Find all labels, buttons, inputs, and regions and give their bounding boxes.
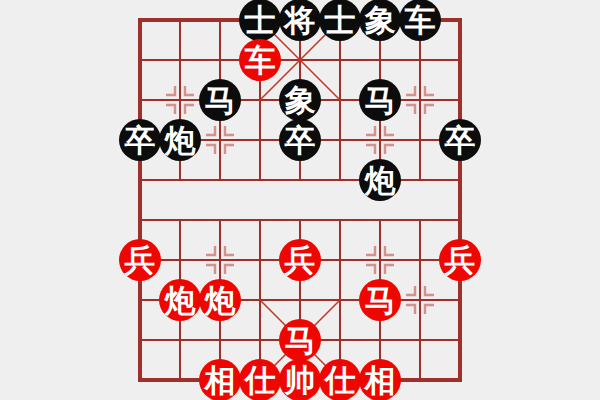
- board-point[interactable]: 车: [240, 40, 280, 80]
- board-point[interactable]: [400, 360, 440, 400]
- red-horse[interactable]: 马: [279, 319, 321, 361]
- board-point[interactable]: [160, 200, 200, 240]
- board-point[interactable]: [400, 280, 440, 320]
- board-point[interactable]: [200, 120, 240, 160]
- black-horse[interactable]: 马: [359, 79, 401, 121]
- board-point[interactable]: [440, 0, 480, 40]
- board-point[interactable]: [240, 320, 280, 360]
- board-point[interactable]: [360, 120, 400, 160]
- board-point[interactable]: [120, 0, 160, 40]
- red-soldier[interactable]: 兵: [439, 239, 481, 281]
- board-point[interactable]: [160, 240, 200, 280]
- board-point[interactable]: 兵: [440, 240, 480, 280]
- board-point[interactable]: [120, 40, 160, 80]
- board-point[interactable]: [400, 200, 440, 240]
- board-point[interactable]: [200, 320, 240, 360]
- board-point[interactable]: [120, 280, 160, 320]
- board-point[interactable]: [320, 240, 360, 280]
- board-point[interactable]: [320, 80, 360, 120]
- red-soldier[interactable]: 兵: [119, 239, 161, 281]
- board-point[interactable]: [440, 200, 480, 240]
- board-point[interactable]: 仕: [240, 360, 280, 400]
- board-point[interactable]: 帅: [280, 360, 320, 400]
- board-point[interactable]: [440, 280, 480, 320]
- board-point[interactable]: [200, 0, 240, 40]
- black-elephant[interactable]: 象: [279, 79, 321, 121]
- board-point[interactable]: [280, 160, 320, 200]
- xiangqi-board: 士将士象车车马象马卒炮卒卒炮兵兵兵炮炮马马相仕帅仕相: [120, 0, 480, 400]
- board-point[interactable]: [200, 160, 240, 200]
- board-point[interactable]: 象: [280, 80, 320, 120]
- board-point[interactable]: 兵: [120, 240, 160, 280]
- board-point[interactable]: [240, 120, 280, 160]
- board-point[interactable]: [160, 40, 200, 80]
- red-chariot[interactable]: 车: [239, 39, 281, 81]
- board-point[interactable]: [360, 240, 400, 280]
- red-cannon[interactable]: 炮: [159, 279, 201, 321]
- board-point[interactable]: [160, 160, 200, 200]
- board-point[interactable]: [320, 280, 360, 320]
- board-point[interactable]: [120, 320, 160, 360]
- board-point[interactable]: [320, 120, 360, 160]
- board-point[interactable]: [160, 360, 200, 400]
- board-point[interactable]: [440, 360, 480, 400]
- black-cannon[interactable]: 炮: [159, 119, 201, 161]
- board-point[interactable]: [240, 240, 280, 280]
- board-point[interactable]: [240, 80, 280, 120]
- board-point[interactable]: [320, 40, 360, 80]
- black-soldier[interactable]: 卒: [279, 119, 321, 161]
- board-point[interactable]: 士: [240, 0, 280, 40]
- black-soldier[interactable]: 卒: [119, 119, 161, 161]
- black-cannon[interactable]: 炮: [359, 159, 401, 201]
- red-elephant[interactable]: 相: [359, 359, 401, 400]
- board-point[interactable]: [160, 320, 200, 360]
- red-soldier[interactable]: 兵: [279, 239, 321, 281]
- board-point[interactable]: [240, 280, 280, 320]
- board-point[interactable]: 炮: [200, 280, 240, 320]
- board-point[interactable]: 将: [280, 0, 320, 40]
- board-point[interactable]: [320, 320, 360, 360]
- board-point[interactable]: [240, 200, 280, 240]
- board-point[interactable]: [440, 40, 480, 80]
- red-advisor[interactable]: 仕: [319, 359, 361, 400]
- red-elephant[interactable]: 相: [199, 359, 241, 400]
- xiangqi-screen: 士将士象车车马象马卒炮卒卒炮兵兵兵炮炮马马相仕帅仕相: [0, 0, 600, 400]
- board-point[interactable]: 车: [400, 0, 440, 40]
- board-point[interactable]: 炮: [360, 160, 400, 200]
- board-point[interactable]: [440, 320, 480, 360]
- board-point[interactable]: [440, 160, 480, 200]
- board-point[interactable]: [280, 280, 320, 320]
- board-point[interactable]: 卒: [440, 120, 480, 160]
- board-point[interactable]: [120, 360, 160, 400]
- board-point[interactable]: [120, 80, 160, 120]
- black-advisor[interactable]: 士: [319, 0, 361, 41]
- red-advisor[interactable]: 仕: [239, 359, 281, 400]
- board-point[interactable]: 炮: [160, 280, 200, 320]
- board-point[interactable]: 卒: [280, 120, 320, 160]
- board-point[interactable]: 兵: [280, 240, 320, 280]
- board-point[interactable]: 仕: [320, 360, 360, 400]
- black-advisor[interactable]: 士: [239, 0, 281, 41]
- red-horse[interactable]: 马: [359, 279, 401, 321]
- black-general[interactable]: 将: [279, 0, 321, 41]
- black-chariot[interactable]: 车: [399, 0, 441, 41]
- board-point[interactable]: [400, 320, 440, 360]
- board-point[interactable]: [280, 40, 320, 80]
- black-horse[interactable]: 马: [199, 79, 241, 121]
- board-point[interactable]: 象: [360, 0, 400, 40]
- board-point[interactable]: [440, 80, 480, 120]
- board-point[interactable]: 马: [360, 80, 400, 120]
- board-point[interactable]: [160, 0, 200, 40]
- board-point[interactable]: [360, 200, 400, 240]
- board-point[interactable]: 马: [200, 80, 240, 120]
- board-point[interactable]: 士: [320, 0, 360, 40]
- board-point[interactable]: [360, 320, 400, 360]
- board-point[interactable]: [400, 40, 440, 80]
- red-general[interactable]: 帅: [279, 359, 321, 400]
- black-soldier[interactable]: 卒: [439, 119, 481, 161]
- board-point[interactable]: [200, 200, 240, 240]
- red-cannon[interactable]: 炮: [199, 279, 241, 321]
- board-point[interactable]: [360, 40, 400, 80]
- board-point[interactable]: 卒: [120, 120, 160, 160]
- board-point[interactable]: [320, 160, 360, 200]
- board-point[interactable]: [280, 200, 320, 240]
- board-point[interactable]: [120, 160, 160, 200]
- board-point[interactable]: 相: [200, 360, 240, 400]
- board-point[interactable]: [400, 160, 440, 200]
- board-point[interactable]: 马: [280, 320, 320, 360]
- board-point[interactable]: [200, 240, 240, 280]
- board-point[interactable]: 相: [360, 360, 400, 400]
- board-point[interactable]: 马: [360, 280, 400, 320]
- board-point[interactable]: [400, 80, 440, 120]
- board-point[interactable]: [400, 240, 440, 280]
- board-point[interactable]: 炮: [160, 120, 200, 160]
- black-elephant[interactable]: 象: [359, 0, 401, 41]
- board-point[interactable]: [160, 80, 200, 120]
- board-point[interactable]: [200, 40, 240, 80]
- board-point[interactable]: [120, 200, 160, 240]
- board-point[interactable]: [400, 120, 440, 160]
- board-point[interactable]: [320, 200, 360, 240]
- board-point[interactable]: [240, 160, 280, 200]
